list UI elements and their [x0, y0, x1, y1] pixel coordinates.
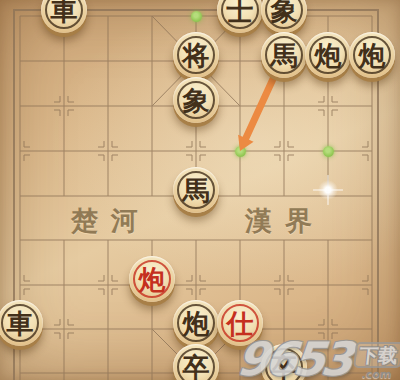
- piece-character: 卒: [173, 344, 219, 380]
- piece-black-chariot[interactable]: 車: [41, 0, 87, 33]
- piece-character: 炮: [349, 32, 395, 78]
- piece-black-cannon[interactable]: 炮: [173, 300, 219, 346]
- piece-black-general[interactable]: 将: [173, 32, 219, 78]
- piece-character: 馬: [173, 167, 219, 213]
- piece-black-advisor[interactable]: 士: [217, 0, 263, 33]
- piece-character: 卒: [261, 344, 307, 380]
- piece-black-cannon[interactable]: 炮: [349, 32, 395, 78]
- piece-black-elephant[interactable]: 象: [261, 0, 307, 33]
- piece-black-pawn[interactable]: 卒: [173, 344, 219, 380]
- xiangqi-board: 楚河 漢界 車士象将馬炮炮象馬炮車炮仕卒卒 9653 下载 .com: [0, 0, 400, 380]
- piece-black-horse[interactable]: 馬: [173, 167, 219, 213]
- piece-character: 炮: [305, 32, 351, 78]
- piece-black-chariot[interactable]: 車: [0, 300, 43, 346]
- piece-character: 士: [217, 0, 263, 33]
- piece-black-elephant[interactable]: 象: [173, 77, 219, 123]
- piece-character: 仕: [217, 300, 263, 346]
- piece-black-pawn[interactable]: 卒: [261, 344, 307, 380]
- piece-character: 車: [0, 300, 43, 346]
- piece-character: 炮: [173, 300, 219, 346]
- sparkle-effect: [313, 175, 343, 205]
- piece-character: 馬: [261, 32, 307, 78]
- piece-red-cannon[interactable]: 炮: [129, 256, 175, 302]
- piece-black-horse-selected[interactable]: 馬: [261, 32, 307, 78]
- piece-character: 象: [261, 0, 307, 33]
- piece-character: 将: [173, 32, 219, 78]
- piece-red-advisor[interactable]: 仕: [217, 300, 263, 346]
- piece-character: 車: [41, 0, 87, 33]
- piece-black-cannon[interactable]: 炮: [305, 32, 351, 78]
- piece-character: 炮: [129, 256, 175, 302]
- piece-character: 象: [173, 77, 219, 123]
